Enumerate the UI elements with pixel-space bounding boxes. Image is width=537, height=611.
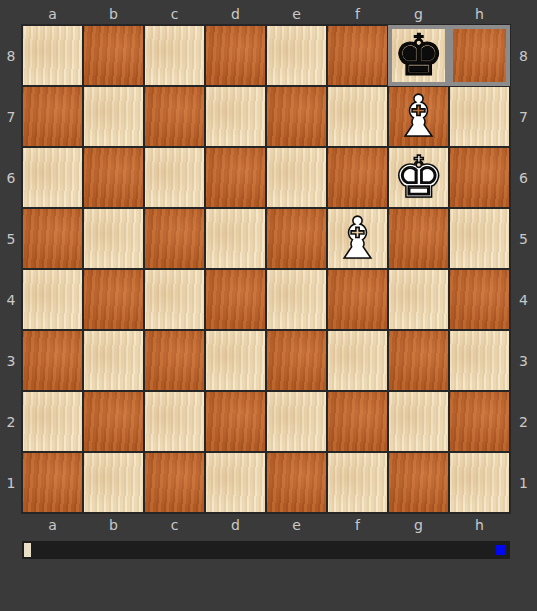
square-f5[interactable]: ♝ xyxy=(327,208,388,269)
square-h3[interactable] xyxy=(449,330,510,391)
square-a2[interactable] xyxy=(22,391,83,452)
square-e2[interactable] xyxy=(266,391,327,452)
square-g4[interactable] xyxy=(388,269,449,330)
square-h5[interactable] xyxy=(449,208,510,269)
file-label-g: g xyxy=(414,517,423,533)
rank-label-8: 8 xyxy=(519,48,528,64)
square-a5[interactable] xyxy=(22,208,83,269)
square-h4[interactable] xyxy=(449,269,510,330)
bottom-toolbar: Último movimiento: 1...♔g8 «‹›» xyxy=(0,560,537,611)
square-g8[interactable]: ♚ xyxy=(388,25,449,86)
file-label-c: c xyxy=(171,517,179,533)
file-label-d: d xyxy=(231,6,240,22)
rank-label-8: 8 xyxy=(7,48,16,64)
square-d3[interactable] xyxy=(205,330,266,391)
current-move-marker xyxy=(24,543,31,557)
file-label-a: a xyxy=(48,6,57,22)
square-g5[interactable] xyxy=(388,208,449,269)
square-g2[interactable] xyxy=(388,391,449,452)
square-b2[interactable] xyxy=(83,391,144,452)
square-h7[interactable] xyxy=(449,86,510,147)
rank-label-5: 5 xyxy=(519,231,528,247)
square-e5[interactable] xyxy=(266,208,327,269)
chess-board: ♚♝♚♝ xyxy=(21,24,511,514)
rank-label-4: 4 xyxy=(519,292,528,308)
rank-label-5: 5 xyxy=(7,231,16,247)
square-b8[interactable] xyxy=(83,25,144,86)
file-label-d: d xyxy=(231,517,240,533)
square-a7[interactable] xyxy=(22,86,83,147)
chess-app: abcdefgh 87654321 ♚♝♚♝ 87654321 abcdefgh… xyxy=(0,0,537,611)
file-label-e: e xyxy=(292,6,301,22)
square-a3[interactable] xyxy=(22,330,83,391)
square-b1[interactable] xyxy=(83,452,144,513)
square-e3[interactable] xyxy=(266,330,327,391)
square-e6[interactable] xyxy=(266,147,327,208)
file-label-f: f xyxy=(355,517,360,533)
square-e8[interactable] xyxy=(266,25,327,86)
square-c8[interactable] xyxy=(144,25,205,86)
square-f6[interactable] xyxy=(327,147,388,208)
square-h1[interactable] xyxy=(449,452,510,513)
file-label-g: g xyxy=(414,6,423,22)
rank-labels-right: 87654321 xyxy=(510,25,537,513)
file-label-b: b xyxy=(109,6,118,22)
game-progress-bar[interactable] xyxy=(22,541,510,559)
file-label-h: h xyxy=(475,517,484,533)
file-label-b: b xyxy=(109,517,118,533)
file-label-f: f xyxy=(355,6,360,22)
square-c5[interactable] xyxy=(144,208,205,269)
square-f3[interactable] xyxy=(327,330,388,391)
rank-label-2: 2 xyxy=(7,414,16,430)
square-g1[interactable] xyxy=(388,452,449,513)
square-c2[interactable] xyxy=(144,391,205,452)
square-d1[interactable] xyxy=(205,452,266,513)
square-f4[interactable] xyxy=(327,269,388,330)
square-f2[interactable] xyxy=(327,391,388,452)
file-label-e: e xyxy=(292,517,301,533)
square-g6[interactable]: ♚ xyxy=(388,147,449,208)
end-position-marker xyxy=(496,545,506,555)
rank-label-7: 7 xyxy=(519,109,528,125)
file-label-h: h xyxy=(475,6,484,22)
square-a6[interactable] xyxy=(22,147,83,208)
square-c3[interactable] xyxy=(144,330,205,391)
file-label-c: c xyxy=(171,6,179,22)
rank-label-1: 1 xyxy=(519,475,528,491)
square-b4[interactable] xyxy=(83,269,144,330)
square-d2[interactable] xyxy=(205,391,266,452)
square-h8[interactable] xyxy=(449,25,510,86)
square-d5[interactable] xyxy=(205,208,266,269)
rank-label-1: 1 xyxy=(7,475,16,491)
square-a8[interactable] xyxy=(22,25,83,86)
rank-labels-left: 87654321 xyxy=(0,25,22,513)
square-f8[interactable] xyxy=(327,25,388,86)
square-f7[interactable] xyxy=(327,86,388,147)
square-a4[interactable] xyxy=(22,269,83,330)
rank-label-3: 3 xyxy=(7,353,16,369)
square-a1[interactable] xyxy=(22,452,83,513)
rank-label-3: 3 xyxy=(519,353,528,369)
square-e7[interactable] xyxy=(266,86,327,147)
rank-label-4: 4 xyxy=(7,292,16,308)
square-e4[interactable] xyxy=(266,269,327,330)
rank-label-7: 7 xyxy=(7,109,16,125)
square-d7[interactable] xyxy=(205,86,266,147)
black-king: ♚ xyxy=(393,25,444,86)
square-b5[interactable] xyxy=(83,208,144,269)
square-c6[interactable] xyxy=(144,147,205,208)
square-d4[interactable] xyxy=(205,269,266,330)
square-b7[interactable] xyxy=(83,86,144,147)
square-d8[interactable] xyxy=(205,25,266,86)
square-b6[interactable] xyxy=(83,147,144,208)
white-bishop: ♝ xyxy=(332,208,383,269)
file-labels-bottom: abcdefgh xyxy=(22,512,510,538)
square-f1[interactable] xyxy=(327,452,388,513)
square-h6[interactable] xyxy=(449,147,510,208)
square-b3[interactable] xyxy=(83,330,144,391)
square-g7[interactable]: ♝ xyxy=(388,86,449,147)
square-e1[interactable] xyxy=(266,452,327,513)
square-c1[interactable] xyxy=(144,452,205,513)
white-king: ♚ xyxy=(393,147,444,208)
file-label-a: a xyxy=(48,517,57,533)
white-bishop: ♝ xyxy=(393,86,444,147)
square-c7[interactable] xyxy=(144,86,205,147)
square-h2[interactable] xyxy=(449,391,510,452)
rank-label-6: 6 xyxy=(7,170,16,186)
square-d6[interactable] xyxy=(205,147,266,208)
rank-label-2: 2 xyxy=(519,414,528,430)
rank-label-6: 6 xyxy=(519,170,528,186)
square-g3[interactable] xyxy=(388,330,449,391)
square-c4[interactable] xyxy=(144,269,205,330)
